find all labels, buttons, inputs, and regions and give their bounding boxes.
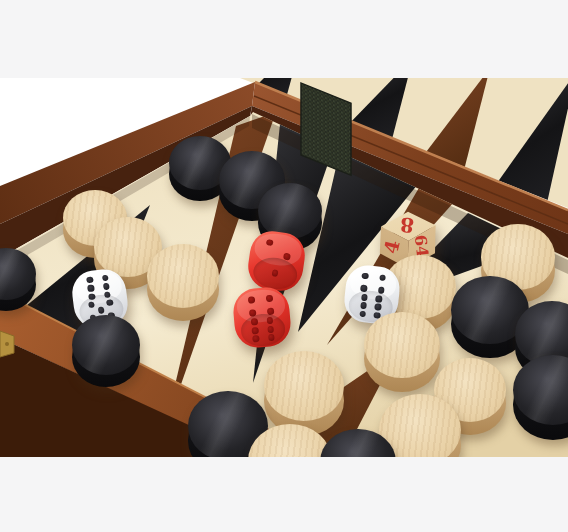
red-die-2[interactable] [234, 288, 290, 347]
background-band-bottom [0, 457, 568, 532]
die-pip [361, 273, 368, 280]
die-pip [86, 276, 93, 283]
cube-number-top: 8 [399, 215, 415, 236]
checker-natural[interactable] [147, 244, 219, 320]
die-pip [361, 294, 368, 301]
die-pip [266, 295, 273, 302]
die-pip [103, 283, 110, 290]
red-die-1[interactable] [249, 232, 304, 290]
die-pip [98, 307, 105, 314]
die-pip [253, 335, 260, 342]
cube-number-left: 4 [382, 238, 404, 255]
die-pip [267, 325, 274, 332]
die-pip [106, 299, 113, 306]
die-body [245, 228, 308, 293]
checker-top [147, 244, 219, 307]
checker-natural[interactable] [264, 351, 344, 436]
background-band-top [0, 0, 568, 78]
pieces-layer: 8464 [0, 0, 568, 532]
checker-natural[interactable] [364, 312, 440, 393]
die-pip [102, 274, 109, 281]
die-pip [87, 285, 94, 292]
checker-top [364, 312, 440, 379]
checker-top [264, 351, 344, 421]
die-pip [265, 238, 272, 245]
die-pip [375, 295, 382, 302]
die-pip [374, 303, 381, 310]
checker-top [72, 315, 140, 375]
die-pip [88, 301, 95, 308]
die-pip [379, 274, 386, 281]
die-pip [268, 334, 275, 341]
checker-black[interactable] [0, 248, 36, 312]
checker-black[interactable] [72, 315, 140, 387]
checker-black[interactable] [513, 355, 568, 440]
die-pip [271, 269, 278, 276]
die-pip [251, 318, 258, 325]
die-pip [248, 297, 255, 304]
die-pip [266, 317, 273, 324]
die-pip [252, 327, 259, 334]
die-pip [360, 302, 367, 309]
die-body [232, 286, 293, 350]
backgammon-photo-stage: 8464 [0, 0, 568, 532]
